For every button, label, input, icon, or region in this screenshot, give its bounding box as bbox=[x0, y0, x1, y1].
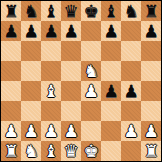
square-b1[interactable]: ♞ bbox=[21, 141, 41, 161]
square-f4[interactable]: ♟ bbox=[101, 81, 121, 101]
piece-black-pawn[interactable]: ♟ bbox=[41, 21, 61, 41]
square-c4[interactable]: ♝ bbox=[41, 81, 61, 101]
chess-board-frame: ♜♞♝♛♚♝♞♜♟♟♟♟♟♟♞♝♟♟♟♟♟♟♟♟♟♜♞♝♛♚♜ bbox=[0, 0, 162, 162]
piece-white-king[interactable]: ♚ bbox=[81, 141, 101, 161]
piece-black-bishop[interactable]: ♝ bbox=[101, 1, 121, 21]
square-d6[interactable] bbox=[61, 41, 81, 61]
piece-white-rook[interactable]: ♜ bbox=[141, 141, 161, 161]
square-a8[interactable]: ♜ bbox=[1, 1, 21, 21]
square-b6[interactable] bbox=[21, 41, 41, 61]
square-h7[interactable]: ♟ bbox=[141, 21, 161, 41]
square-a1[interactable]: ♜ bbox=[1, 141, 21, 161]
piece-black-pawn[interactable]: ♟ bbox=[1, 21, 21, 41]
square-a5[interactable] bbox=[1, 61, 21, 81]
square-e2[interactable] bbox=[81, 121, 101, 141]
square-g6[interactable] bbox=[121, 41, 141, 61]
piece-black-pawn[interactable]: ♟ bbox=[121, 81, 141, 101]
square-b3[interactable] bbox=[21, 101, 41, 121]
square-f7[interactable]: ♟ bbox=[101, 21, 121, 41]
square-g8[interactable]: ♞ bbox=[121, 1, 141, 21]
piece-black-knight[interactable]: ♞ bbox=[121, 1, 141, 21]
piece-black-knight[interactable]: ♞ bbox=[21, 1, 41, 21]
square-g7[interactable] bbox=[121, 21, 141, 41]
piece-black-pawn[interactable]: ♟ bbox=[21, 21, 41, 41]
square-h8[interactable]: ♜ bbox=[141, 1, 161, 21]
square-e7[interactable] bbox=[81, 21, 101, 41]
square-d7[interactable]: ♟ bbox=[61, 21, 81, 41]
square-c2[interactable]: ♟ bbox=[41, 121, 61, 141]
piece-white-pawn[interactable]: ♟ bbox=[61, 121, 81, 141]
piece-white-knight[interactable]: ♞ bbox=[81, 61, 101, 81]
square-e1[interactable]: ♚ bbox=[81, 141, 101, 161]
square-a3[interactable] bbox=[1, 101, 21, 121]
square-h2[interactable]: ♟ bbox=[141, 121, 161, 141]
piece-white-rook[interactable]: ♜ bbox=[1, 141, 21, 161]
piece-white-pawn[interactable]: ♟ bbox=[21, 121, 41, 141]
piece-white-pawn[interactable]: ♟ bbox=[1, 121, 21, 141]
square-c3[interactable] bbox=[41, 101, 61, 121]
piece-black-rook[interactable]: ♜ bbox=[141, 1, 161, 21]
square-c6[interactable] bbox=[41, 41, 61, 61]
square-g5[interactable] bbox=[121, 61, 141, 81]
piece-black-pawn[interactable]: ♟ bbox=[101, 81, 121, 101]
piece-black-king[interactable]: ♚ bbox=[81, 1, 101, 21]
square-h6[interactable] bbox=[141, 41, 161, 61]
square-b7[interactable]: ♟ bbox=[21, 21, 41, 41]
piece-black-pawn[interactable]: ♟ bbox=[101, 21, 121, 41]
square-d8[interactable]: ♛ bbox=[61, 1, 81, 21]
square-g2[interactable]: ♟ bbox=[121, 121, 141, 141]
piece-black-bishop[interactable]: ♝ bbox=[41, 1, 61, 21]
square-f1[interactable] bbox=[101, 141, 121, 161]
square-b4[interactable] bbox=[21, 81, 41, 101]
square-e5[interactable]: ♞ bbox=[81, 61, 101, 81]
square-g3[interactable] bbox=[121, 101, 141, 121]
square-h3[interactable] bbox=[141, 101, 161, 121]
square-g1[interactable] bbox=[121, 141, 141, 161]
chess-board: ♜♞♝♛♚♝♞♜♟♟♟♟♟♟♞♝♟♟♟♟♟♟♟♟♟♜♞♝♛♚♜ bbox=[1, 1, 161, 161]
square-b8[interactable]: ♞ bbox=[21, 1, 41, 21]
square-d5[interactable] bbox=[61, 61, 81, 81]
piece-black-queen[interactable]: ♛ bbox=[61, 1, 81, 21]
square-h5[interactable] bbox=[141, 61, 161, 81]
square-a7[interactable]: ♟ bbox=[1, 21, 21, 41]
square-h4[interactable] bbox=[141, 81, 161, 101]
square-d2[interactable]: ♟ bbox=[61, 121, 81, 141]
square-a6[interactable] bbox=[1, 41, 21, 61]
square-g4[interactable]: ♟ bbox=[121, 81, 141, 101]
square-e8[interactable]: ♚ bbox=[81, 1, 101, 21]
piece-white-pawn[interactable]: ♟ bbox=[121, 121, 141, 141]
piece-black-pawn[interactable]: ♟ bbox=[141, 21, 161, 41]
square-f8[interactable]: ♝ bbox=[101, 1, 121, 21]
square-h1[interactable]: ♜ bbox=[141, 141, 161, 161]
piece-black-rook[interactable]: ♜ bbox=[1, 1, 21, 21]
piece-white-pawn[interactable]: ♟ bbox=[41, 121, 61, 141]
square-d4[interactable] bbox=[61, 81, 81, 101]
piece-white-pawn[interactable]: ♟ bbox=[141, 121, 161, 141]
square-a4[interactable] bbox=[1, 81, 21, 101]
square-c8[interactable]: ♝ bbox=[41, 1, 61, 21]
piece-white-knight[interactable]: ♞ bbox=[21, 141, 41, 161]
piece-black-pawn[interactable]: ♟ bbox=[61, 21, 81, 41]
square-c1[interactable]: ♝ bbox=[41, 141, 61, 161]
square-d3[interactable] bbox=[61, 101, 81, 121]
square-d1[interactable]: ♛ bbox=[61, 141, 81, 161]
piece-white-queen[interactable]: ♛ bbox=[61, 141, 81, 161]
square-b5[interactable] bbox=[21, 61, 41, 81]
square-e4[interactable]: ♟ bbox=[81, 81, 101, 101]
piece-white-bishop[interactable]: ♝ bbox=[41, 81, 61, 101]
square-e3[interactable] bbox=[81, 101, 101, 121]
square-c5[interactable] bbox=[41, 61, 61, 81]
square-f5[interactable] bbox=[101, 61, 121, 81]
square-e6[interactable] bbox=[81, 41, 101, 61]
square-a2[interactable]: ♟ bbox=[1, 121, 21, 141]
square-f3[interactable] bbox=[101, 101, 121, 121]
square-f2[interactable] bbox=[101, 121, 121, 141]
square-f6[interactable] bbox=[101, 41, 121, 61]
square-c7[interactable]: ♟ bbox=[41, 21, 61, 41]
piece-white-bishop[interactable]: ♝ bbox=[41, 141, 61, 161]
piece-white-pawn[interactable]: ♟ bbox=[81, 81, 101, 101]
square-b2[interactable]: ♟ bbox=[21, 121, 41, 141]
